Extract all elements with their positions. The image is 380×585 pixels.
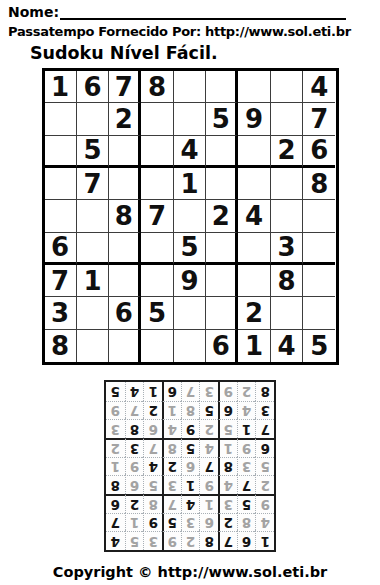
puzzle-cell-r8c5 bbox=[174, 297, 206, 329]
puzzle-cell-r2c6: 5 bbox=[206, 103, 238, 135]
puzzle-cell-r8c6 bbox=[206, 297, 238, 329]
puzzle-cell-r1c1: 1 bbox=[45, 71, 77, 103]
page: Nome: Passatempo Fornecido Por: http://w… bbox=[0, 0, 380, 585]
puzzle-cell-r4c1 bbox=[45, 168, 77, 200]
solution-cell-r6c8: 3 bbox=[125, 438, 144, 457]
puzzle-cell-r6c2 bbox=[77, 233, 109, 265]
solution-cell-r7c8: 8 bbox=[125, 419, 144, 438]
solution-cell-r6c5: 5 bbox=[181, 438, 200, 457]
solution-cell-r3c3: 3 bbox=[218, 494, 237, 513]
solution-cell-r1c7: 3 bbox=[143, 531, 162, 550]
puzzle-cell-r1c2: 6 bbox=[77, 71, 109, 103]
puzzle-cell-r6c4 bbox=[141, 233, 173, 265]
solution-cell-r4c9: 8 bbox=[106, 475, 125, 494]
solution-cell-r5c3: 8 bbox=[218, 457, 237, 476]
puzzle-cell-r2c8 bbox=[271, 103, 303, 135]
solution-cell-r9c3: 9 bbox=[218, 382, 237, 401]
solution-cell-r8c8: 7 bbox=[125, 401, 144, 420]
puzzle-cell-r7c7 bbox=[238, 265, 270, 297]
solution-cell-r8c5: 8 bbox=[181, 401, 200, 420]
solution-cell-r5c9: 1 bbox=[106, 457, 125, 476]
solution-cell-r4c2: 7 bbox=[237, 475, 256, 494]
solution-cell-r6c9: 2 bbox=[106, 438, 125, 457]
solution-cell-r4c3: 4 bbox=[218, 475, 237, 494]
puzzle-cell-r7c2: 1 bbox=[77, 265, 109, 297]
solution-cell-r8c4: 5 bbox=[199, 401, 218, 420]
puzzle-cell-r5c1 bbox=[45, 200, 77, 232]
puzzle-cell-r2c9: 7 bbox=[303, 103, 335, 135]
puzzle-cell-r9c4 bbox=[141, 330, 173, 362]
puzzle-cell-r9c2 bbox=[77, 330, 109, 362]
solution-cell-r5c1: 5 bbox=[255, 457, 274, 476]
solution-cell-r3c9: 6 bbox=[106, 494, 125, 513]
puzzle-cell-r5c6: 2 bbox=[206, 200, 238, 232]
copyright-text: Copyright © http://www.sol.eti.br bbox=[0, 564, 380, 580]
solution-cell-r1c8: 5 bbox=[125, 531, 144, 550]
solution-cell-r2c3: 2 bbox=[218, 513, 237, 532]
solution-cell-r6c2: 9 bbox=[237, 438, 256, 457]
puzzle-cell-r1c4: 8 bbox=[141, 71, 173, 103]
solution-cell-r8c1: 3 bbox=[255, 401, 274, 420]
puzzle-cell-r9c6: 6 bbox=[206, 330, 238, 362]
solution-cell-r7c4: 2 bbox=[199, 419, 218, 438]
solution-cell-r8c6: 1 bbox=[162, 401, 181, 420]
solution-cell-r5c4: 7 bbox=[199, 457, 218, 476]
puzzle-cell-r5c2 bbox=[77, 200, 109, 232]
solution-cell-r2c9: 7 bbox=[106, 513, 125, 532]
solution-cell-r9c5: 7 bbox=[181, 382, 200, 401]
provider-text: Passatempo Fornecido Por: http://www.sol… bbox=[8, 24, 346, 39]
solution-cell-r1c1: 1 bbox=[255, 531, 274, 550]
puzzle-cell-r3c8: 2 bbox=[271, 136, 303, 168]
header: Nome: Passatempo Fornecido Por: http://w… bbox=[0, 0, 380, 63]
puzzle-cell-r8c3: 6 bbox=[109, 297, 141, 329]
solution-cell-r9c4: 3 bbox=[199, 382, 218, 401]
puzzle-cell-r3c4 bbox=[141, 136, 173, 168]
page-title: Sudoku Nível Fácil. bbox=[30, 43, 346, 63]
solution-cell-r4c7: 5 bbox=[143, 475, 162, 494]
solution-cell-r7c1: 7 bbox=[255, 419, 274, 438]
puzzle-cell-r2c5 bbox=[174, 103, 206, 135]
puzzle-cell-r2c1 bbox=[45, 103, 77, 135]
solution-cell-r3c1: 9 bbox=[255, 494, 274, 513]
puzzle-cell-r4c3 bbox=[109, 168, 141, 200]
solution-cell-r9c6: 6 bbox=[162, 382, 181, 401]
solution-grid: 1678293544826359179531478262749135685387… bbox=[104, 380, 276, 552]
solution-cell-r3c4: 1 bbox=[199, 494, 218, 513]
puzzle-cell-r3c5: 4 bbox=[174, 136, 206, 168]
puzzle-cell-r4c4 bbox=[141, 168, 173, 200]
puzzle-cell-r6c5: 5 bbox=[174, 233, 206, 265]
puzzle-cell-r9c5 bbox=[174, 330, 206, 362]
solution-cell-r2c4: 6 bbox=[199, 513, 218, 532]
puzzle-cell-r8c4: 5 bbox=[141, 297, 173, 329]
solution-cell-r7c2: 1 bbox=[237, 419, 256, 438]
solution-cell-r7c5: 9 bbox=[181, 419, 200, 438]
solution-cell-r7c7: 6 bbox=[143, 419, 162, 438]
solution-cell-r1c9: 4 bbox=[106, 531, 125, 550]
puzzle-cell-r7c6 bbox=[206, 265, 238, 297]
puzzle-cell-r6c8: 3 bbox=[271, 233, 303, 265]
puzzle-cell-r1c8 bbox=[271, 71, 303, 103]
puzzle-cell-r3c6 bbox=[206, 136, 238, 168]
puzzle-cell-r8c8 bbox=[271, 297, 303, 329]
puzzle-cell-r1c3: 7 bbox=[109, 71, 141, 103]
puzzle-cell-r7c1: 7 bbox=[45, 265, 77, 297]
puzzle-cell-r7c8: 8 bbox=[271, 265, 303, 297]
puzzle-cell-r8c9 bbox=[303, 297, 335, 329]
puzzle-cell-r4c6 bbox=[206, 168, 238, 200]
solution-cell-r8c3: 6 bbox=[218, 401, 237, 420]
solution-cell-r6c1: 6 bbox=[255, 438, 274, 457]
puzzle-cell-r5c5 bbox=[174, 200, 206, 232]
puzzle-cell-r5c8 bbox=[271, 200, 303, 232]
puzzle-cell-r5c7: 4 bbox=[238, 200, 270, 232]
puzzle-cell-r6c6 bbox=[206, 233, 238, 265]
puzzle-cell-r1c6 bbox=[206, 71, 238, 103]
solution-cell-r2c8: 1 bbox=[125, 513, 144, 532]
solution-cell-r7c3: 5 bbox=[218, 419, 237, 438]
puzzle-cell-r3c7 bbox=[238, 136, 270, 168]
puzzle-cell-r9c3 bbox=[109, 330, 141, 362]
puzzle-cell-r9c9: 5 bbox=[303, 330, 335, 362]
puzzle-grid: 167842597542671887246537198365286145 bbox=[42, 68, 339, 365]
solution-cell-r3c7: 8 bbox=[143, 494, 162, 513]
solution-cell-r9c8: 4 bbox=[125, 382, 144, 401]
puzzle-cell-r4c2: 7 bbox=[77, 168, 109, 200]
solution-cell-r3c6: 7 bbox=[162, 494, 181, 513]
solution-cell-r1c2: 6 bbox=[237, 531, 256, 550]
solution-cell-r3c5: 4 bbox=[181, 494, 200, 513]
solution-cell-r1c4: 8 bbox=[199, 531, 218, 550]
puzzle-cell-r2c7: 9 bbox=[238, 103, 270, 135]
puzzle-cell-r2c2 bbox=[77, 103, 109, 135]
solution-cell-r9c1: 8 bbox=[255, 382, 274, 401]
solution-cell-r1c3: 7 bbox=[218, 531, 237, 550]
puzzle-cell-r5c3: 8 bbox=[109, 200, 141, 232]
solution-cell-r1c5: 2 bbox=[181, 531, 200, 550]
puzzle-cell-r6c7 bbox=[238, 233, 270, 265]
name-row: Nome: bbox=[8, 5, 346, 20]
solution-cell-r2c1: 4 bbox=[255, 513, 274, 532]
solution-cell-r4c5: 1 bbox=[181, 475, 200, 494]
solution-cell-r9c2: 2 bbox=[237, 382, 256, 401]
puzzle-cell-r9c7: 1 bbox=[238, 330, 270, 362]
puzzle-cell-r1c9: 4 bbox=[303, 71, 335, 103]
solution-cell-r5c2: 3 bbox=[237, 457, 256, 476]
solution-cell-r8c9: 9 bbox=[106, 401, 125, 420]
puzzle-cell-r7c5: 9 bbox=[174, 265, 206, 297]
puzzle-cell-r9c1: 8 bbox=[45, 330, 77, 362]
solution-cell-r3c2: 5 bbox=[237, 494, 256, 513]
puzzle-cell-r3c1 bbox=[45, 136, 77, 168]
name-underline bbox=[60, 7, 346, 20]
puzzle-cell-r6c3 bbox=[109, 233, 141, 265]
solution-cell-r5c5: 6 bbox=[181, 457, 200, 476]
solution-cell-r4c6: 3 bbox=[162, 475, 181, 494]
puzzle-cell-r1c7 bbox=[238, 71, 270, 103]
solution-cell-r2c5: 3 bbox=[181, 513, 200, 532]
puzzle-cell-r3c9: 6 bbox=[303, 136, 335, 168]
puzzle-cell-r4c7 bbox=[238, 168, 270, 200]
solution-cell-r6c4: 4 bbox=[199, 438, 218, 457]
solution-cell-r5c8: 9 bbox=[125, 457, 144, 476]
solution-cell-r3c8: 2 bbox=[125, 494, 144, 513]
solution-cell-r2c6: 5 bbox=[162, 513, 181, 532]
puzzle-cell-r3c2: 5 bbox=[77, 136, 109, 168]
puzzle-cell-r2c3: 2 bbox=[109, 103, 141, 135]
solution-cell-r6c6: 8 bbox=[162, 438, 181, 457]
solution-cell-r5c6: 2 bbox=[162, 457, 181, 476]
puzzle-cell-r4c8 bbox=[271, 168, 303, 200]
solution-cell-r4c4: 9 bbox=[199, 475, 218, 494]
solution-cell-r8c7: 2 bbox=[143, 401, 162, 420]
puzzle-cell-r6c9 bbox=[303, 233, 335, 265]
solution-cell-r1c6: 9 bbox=[162, 531, 181, 550]
solution-cell-r6c7: 7 bbox=[143, 438, 162, 457]
solution-cell-r7c9: 3 bbox=[106, 419, 125, 438]
puzzle-cell-r7c4 bbox=[141, 265, 173, 297]
puzzle-cell-r4c9: 8 bbox=[303, 168, 335, 200]
puzzle-cell-r7c3 bbox=[109, 265, 141, 297]
solution-cell-r4c8: 6 bbox=[125, 475, 144, 494]
solution-cell-r6c3: 1 bbox=[218, 438, 237, 457]
solution-cell-r2c7: 9 bbox=[143, 513, 162, 532]
solution-cell-r4c1: 2 bbox=[255, 475, 274, 494]
puzzle-cell-r2c4 bbox=[141, 103, 173, 135]
puzzle-cell-r8c1: 3 bbox=[45, 297, 77, 329]
puzzle-cell-r3c3 bbox=[109, 136, 141, 168]
puzzle-cell-r4c5: 1 bbox=[174, 168, 206, 200]
solution-cell-r5c7: 4 bbox=[143, 457, 162, 476]
puzzle-cell-r8c7: 2 bbox=[238, 297, 270, 329]
solution-cell-r7c6: 4 bbox=[162, 419, 181, 438]
puzzle-cell-r1c5 bbox=[174, 71, 206, 103]
puzzle-cell-r9c8: 4 bbox=[271, 330, 303, 362]
solution-cell-r8c2: 4 bbox=[237, 401, 256, 420]
puzzle-cell-r5c4: 7 bbox=[141, 200, 173, 232]
solution-cell-r2c2: 8 bbox=[237, 513, 256, 532]
puzzle-cell-r7c9 bbox=[303, 265, 335, 297]
solution-cell-r9c9: 5 bbox=[106, 382, 125, 401]
solution-cell-r9c7: 1 bbox=[143, 382, 162, 401]
name-label: Nome: bbox=[8, 5, 59, 20]
puzzle-cell-r5c9 bbox=[303, 200, 335, 232]
puzzle-cell-r6c1: 6 bbox=[45, 233, 77, 265]
puzzle-cell-r8c2 bbox=[77, 297, 109, 329]
